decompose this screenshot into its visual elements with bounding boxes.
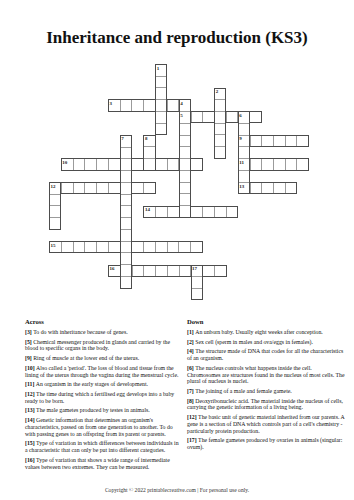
cell[interactable] (121, 241, 131, 253)
cell[interactable] (121, 264, 131, 276)
cell[interactable] (285, 136, 297, 146)
cell[interactable] (273, 183, 285, 193)
crossword-page: Inheritance and reproduction (KS3) 12345… (0, 0, 354, 500)
cell[interactable] (50, 217, 60, 229)
clue-number-label: [8] (187, 398, 195, 404)
clue-number-label: [9] (25, 355, 33, 361)
down-clue-2: [2] Sex cell (sperm in males and ova/egg… (187, 339, 345, 346)
cell[interactable] (121, 158, 131, 170)
cell[interactable] (156, 123, 166, 135)
down-clue-list: [1] An unborn baby. Usually eight weeks … (187, 329, 345, 451)
grid-number-13: 13 (239, 184, 244, 189)
cell[interactable] (156, 87, 166, 99)
cell[interactable] (84, 159, 96, 169)
cell[interactable] (61, 183, 73, 193)
grid-number-1: 1 (157, 66, 160, 71)
cell[interactable] (180, 170, 190, 182)
page-title: Inheritance and reproduction (KS3) (0, 28, 354, 48)
across-clue-12: [12] The time during which a fertilised … (25, 391, 181, 404)
cell[interactable] (84, 242, 96, 252)
grid-number-11: 11 (239, 160, 244, 165)
cell[interactable] (96, 159, 108, 169)
cell[interactable] (50, 194, 60, 206)
across-clue-14: [14] Genetic information that determines… (25, 417, 181, 437)
cell[interactable] (191, 112, 203, 122)
cell[interactable] (120, 100, 132, 110)
cell[interactable] (250, 183, 262, 193)
across-clue-9: [9] Ring of muscle at the lower end of t… (25, 355, 181, 362)
word-1-down (155, 64, 167, 135)
clue-number-label: [6] (187, 365, 195, 371)
cell[interactable] (180, 123, 190, 135)
cell[interactable] (180, 135, 190, 147)
cell[interactable] (121, 194, 131, 206)
cell[interactable] (155, 207, 167, 217)
clue-number-label: [10] (25, 365, 36, 371)
word-6-down (238, 111, 250, 194)
word-12-across (49, 182, 156, 194)
cell[interactable] (202, 112, 214, 122)
cell[interactable] (285, 159, 297, 169)
word-2-down (214, 88, 226, 159)
cell[interactable] (155, 266, 167, 276)
cell[interactable] (180, 193, 190, 205)
clue-number-label: [13] (25, 407, 36, 413)
cell[interactable] (131, 159, 143, 169)
clue-number-label: [15] (25, 440, 36, 446)
grid-number-9: 9 (239, 136, 242, 141)
cell[interactable] (215, 111, 225, 123)
cell[interactable] (285, 183, 297, 193)
across-header: Across (25, 318, 181, 325)
grid-number-3: 3 (110, 101, 113, 106)
cell[interactable] (180, 158, 190, 170)
cell[interactable] (261, 136, 273, 146)
across-clue-3: [3] To do with inheritance because of ge… (25, 329, 181, 336)
word-12-down (49, 182, 61, 230)
clue-number-label: [5] (25, 339, 33, 345)
cell[interactable] (273, 136, 285, 146)
cell[interactable] (239, 170, 249, 182)
down-clue-6: [6] The nucleus controls what happens in… (187, 365, 345, 385)
copyright-footer: Copyright © 2022 printablecreative.com |… (0, 487, 354, 493)
across-clues-section: Across [3] To do with inheritance becaus… (25, 318, 181, 473)
cell[interactable] (180, 146, 190, 158)
cell[interactable] (179, 266, 191, 276)
cell[interactable] (108, 242, 120, 252)
clue-number-label: [4] (187, 348, 195, 354)
clue-number-label: [2] (187, 339, 195, 345)
cell[interactable] (180, 182, 190, 194)
cell[interactable] (143, 266, 155, 276)
cell[interactable] (144, 146, 154, 158)
cell[interactable] (96, 242, 108, 252)
cell[interactable] (143, 242, 155, 252)
cell[interactable] (178, 242, 190, 252)
cell[interactable] (121, 147, 131, 159)
cell[interactable] (121, 182, 131, 194)
down-header: Down (187, 318, 345, 325)
cell[interactable] (273, 159, 285, 169)
cell[interactable] (167, 266, 179, 276)
grid-number-16: 16 (110, 266, 115, 271)
cell[interactable] (215, 134, 225, 146)
clue-number-label: [7] (187, 388, 195, 394)
grid-number-2: 2 (216, 89, 219, 94)
cell[interactable] (261, 183, 273, 193)
cell[interactable] (202, 266, 214, 276)
cell[interactable] (156, 111, 166, 123)
across-clue-15: [15] Type of variation in which differen… (25, 440, 181, 453)
cell[interactable] (121, 205, 131, 217)
cell[interactable] (250, 136, 262, 146)
cell[interactable] (121, 252, 131, 264)
clue-number-label: [14] (25, 417, 36, 423)
cell[interactable] (190, 207, 202, 217)
cell[interactable] (143, 100, 155, 110)
cell[interactable] (215, 123, 225, 135)
clue-number-label: [11] (25, 381, 36, 387)
cell[interactable] (121, 276, 131, 288)
cell[interactable] (192, 288, 202, 300)
cell[interactable] (156, 76, 166, 88)
cell[interactable] (132, 266, 144, 276)
clue-number-label: [16] (25, 457, 36, 463)
cell[interactable] (180, 205, 190, 217)
cell[interactable] (190, 159, 202, 169)
cell[interactable] (50, 205, 60, 217)
cell[interactable] (131, 242, 143, 252)
cell[interactable] (296, 159, 308, 169)
cell[interactable] (73, 242, 85, 252)
cell[interactable] (239, 123, 249, 135)
grid-number-7: 7 (121, 136, 124, 141)
cell[interactable] (250, 159, 262, 169)
cell[interactable] (192, 276, 202, 288)
across-clue-5: [5] Chemical messenger produced in gland… (25, 339, 181, 352)
cell[interactable] (108, 159, 120, 169)
cell[interactable] (61, 242, 73, 252)
clue-number-label: [1] (187, 329, 195, 335)
cell[interactable] (226, 207, 238, 217)
cell[interactable] (214, 207, 226, 217)
cell[interactable] (73, 159, 85, 169)
cell[interactable] (190, 242, 202, 252)
cell[interactable] (167, 100, 179, 110)
cell[interactable] (249, 112, 261, 122)
cell[interactable] (131, 100, 143, 110)
cell[interactable] (155, 242, 167, 252)
down-clue-12: [12] The basic unit of genetic material … (187, 414, 345, 434)
grid-number-12: 12 (51, 184, 56, 189)
across-clue-13: [13] The male gametes produced by testes… (25, 407, 181, 414)
word-7-down (120, 135, 132, 289)
grid-number-17: 17 (192, 266, 197, 271)
grid-number-15: 15 (51, 243, 56, 248)
clue-number-label: [3] (25, 329, 33, 335)
down-clue-17: [17] The female gametes produced by ovar… (187, 437, 345, 450)
clue-number-label: [12] (25, 391, 36, 397)
cell[interactable] (296, 136, 308, 146)
cell[interactable] (167, 159, 179, 169)
grid-number-5: 5 (180, 113, 183, 118)
cell[interactable] (96, 183, 108, 193)
cell[interactable] (121, 170, 131, 182)
grid-number-8: 8 (145, 136, 148, 141)
grid-number-4: 4 (180, 101, 183, 106)
cell[interactable] (84, 183, 96, 193)
grid-number-6: 6 (239, 113, 242, 118)
cell[interactable] (215, 99, 225, 111)
cell[interactable] (202, 207, 214, 217)
grid-number-10: 10 (62, 160, 67, 165)
down-clues-section: Down [1] An unborn baby. Usually eight w… (187, 318, 345, 454)
cell[interactable] (144, 158, 154, 170)
cell[interactable] (108, 183, 120, 193)
down-clue-4: [4] The structure made of DNA that codes… (187, 348, 345, 361)
cell[interactable] (167, 242, 179, 252)
cell[interactable] (155, 159, 167, 169)
across-clue-list: [3] To do with inheritance because of ge… (25, 329, 181, 470)
cell[interactable] (156, 99, 166, 111)
cell[interactable] (121, 229, 131, 241)
across-clue-16: [16] Type of variation that shows a wide… (25, 457, 181, 470)
down-clue-7: [7] The joining of a male and female gam… (187, 388, 345, 395)
grid-number-14: 14 (145, 207, 150, 212)
clue-number-label: [17] (187, 437, 198, 443)
clue-number-label: [12] (187, 414, 198, 420)
down-clue-8: [8] Deoxyribonucleic acid. The material … (187, 398, 345, 411)
down-clue-1: [1] An unborn baby. Usually eight weeks … (187, 329, 345, 336)
cell[interactable] (214, 266, 226, 276)
cell[interactable] (215, 146, 225, 158)
cell[interactable] (226, 112, 238, 122)
across-clue-11: [11] An organism in the early stages of … (25, 381, 181, 388)
cell[interactable] (261, 159, 273, 169)
cell[interactable] (121, 217, 131, 229)
cell[interactable] (239, 146, 249, 158)
cell[interactable] (167, 207, 179, 217)
cell[interactable] (131, 183, 143, 193)
crossword-grid: 1234567891011121314151617 (49, 64, 309, 300)
across-clue-10: [10] Also called a 'period'. The loss of… (25, 365, 181, 378)
cell[interactable] (73, 183, 85, 193)
cell[interactable] (143, 183, 155, 193)
